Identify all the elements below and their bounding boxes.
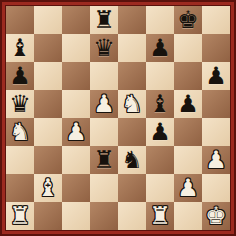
- square-h1[interactable]: ♚: [202, 202, 230, 230]
- square-e4[interactable]: [118, 118, 146, 146]
- square-c1[interactable]: [62, 202, 90, 230]
- square-g6[interactable]: [174, 62, 202, 90]
- square-f7[interactable]: ♟: [146, 34, 174, 62]
- white-pawn[interactable]: ♟: [90, 90, 118, 118]
- white-rook[interactable]: ♜: [6, 202, 34, 230]
- black-knight[interactable]: ♞: [118, 146, 146, 174]
- square-e5[interactable]: ♞: [118, 90, 146, 118]
- square-a8[interactable]: [6, 6, 34, 34]
- black-bishop[interactable]: ♝: [146, 90, 174, 118]
- black-king[interactable]: ♚: [174, 6, 202, 34]
- square-b3[interactable]: [34, 146, 62, 174]
- square-d4[interactable]: [90, 118, 118, 146]
- white-pawn[interactable]: ♟: [62, 118, 90, 146]
- black-pawn[interactable]: ♟: [6, 62, 34, 90]
- square-f5[interactable]: ♝: [146, 90, 174, 118]
- square-g5[interactable]: ♟: [174, 90, 202, 118]
- square-d3[interactable]: ♜: [90, 146, 118, 174]
- square-h2[interactable]: [202, 174, 230, 202]
- black-pawn[interactable]: ♟: [146, 34, 174, 62]
- white-bishop[interactable]: ♝: [34, 174, 62, 202]
- square-c7[interactable]: [62, 34, 90, 62]
- square-d7[interactable]: ♛: [90, 34, 118, 62]
- black-pawn[interactable]: ♟: [174, 90, 202, 118]
- square-h5[interactable]: [202, 90, 230, 118]
- square-a4[interactable]: ♞: [6, 118, 34, 146]
- square-d6[interactable]: [90, 62, 118, 90]
- square-g3[interactable]: [174, 146, 202, 174]
- square-h6[interactable]: ♟: [202, 62, 230, 90]
- black-rook[interactable]: ♜: [90, 146, 118, 174]
- chess-board: ♜♚♝♛♟♟♟♛♟♞♝♟♞♟♟♜♞♟♝♟♜♜♚: [6, 6, 230, 230]
- square-f2[interactable]: [146, 174, 174, 202]
- square-a7[interactable]: ♝: [6, 34, 34, 62]
- black-rook[interactable]: ♜: [90, 6, 118, 34]
- square-e3[interactable]: ♞: [118, 146, 146, 174]
- square-c5[interactable]: [62, 90, 90, 118]
- square-a5[interactable]: ♛: [6, 90, 34, 118]
- square-b1[interactable]: [34, 202, 62, 230]
- square-b2[interactable]: ♝: [34, 174, 62, 202]
- square-g1[interactable]: [174, 202, 202, 230]
- square-d1[interactable]: [90, 202, 118, 230]
- black-queen[interactable]: ♛: [6, 90, 34, 118]
- square-g7[interactable]: [174, 34, 202, 62]
- black-pawn[interactable]: ♟: [146, 118, 174, 146]
- square-g2[interactable]: ♟: [174, 174, 202, 202]
- square-h3[interactable]: ♟: [202, 146, 230, 174]
- black-pawn[interactable]: ♟: [202, 62, 230, 90]
- square-b5[interactable]: [34, 90, 62, 118]
- square-f6[interactable]: [146, 62, 174, 90]
- square-c6[interactable]: [62, 62, 90, 90]
- square-c8[interactable]: [62, 6, 90, 34]
- square-a1[interactable]: ♜: [6, 202, 34, 230]
- black-bishop[interactable]: ♝: [6, 34, 34, 62]
- square-e7[interactable]: [118, 34, 146, 62]
- white-king[interactable]: ♚: [202, 202, 230, 230]
- square-h8[interactable]: [202, 6, 230, 34]
- white-knight[interactable]: ♞: [6, 118, 34, 146]
- square-g8[interactable]: ♚: [174, 6, 202, 34]
- square-b7[interactable]: [34, 34, 62, 62]
- white-pawn[interactable]: ♟: [174, 174, 202, 202]
- square-e1[interactable]: [118, 202, 146, 230]
- square-a3[interactable]: [6, 146, 34, 174]
- square-b6[interactable]: [34, 62, 62, 90]
- square-h7[interactable]: [202, 34, 230, 62]
- square-h4[interactable]: [202, 118, 230, 146]
- square-a2[interactable]: [6, 174, 34, 202]
- square-e6[interactable]: [118, 62, 146, 90]
- square-b4[interactable]: [34, 118, 62, 146]
- white-pawn[interactable]: ♟: [202, 146, 230, 174]
- square-c3[interactable]: [62, 146, 90, 174]
- square-d8[interactable]: ♜: [90, 6, 118, 34]
- square-f1[interactable]: ♜: [146, 202, 174, 230]
- square-e8[interactable]: [118, 6, 146, 34]
- square-f3[interactable]: [146, 146, 174, 174]
- white-knight[interactable]: ♞: [118, 90, 146, 118]
- chess-board-frame: ♜♚♝♛♟♟♟♛♟♞♝♟♞♟♟♜♞♟♝♟♜♜♚: [0, 0, 236, 236]
- square-d5[interactable]: ♟: [90, 90, 118, 118]
- square-c4[interactable]: ♟: [62, 118, 90, 146]
- square-d2[interactable]: [90, 174, 118, 202]
- black-queen[interactable]: ♛: [90, 34, 118, 62]
- square-a6[interactable]: ♟: [6, 62, 34, 90]
- square-f4[interactable]: ♟: [146, 118, 174, 146]
- square-b8[interactable]: [34, 6, 62, 34]
- square-g4[interactable]: [174, 118, 202, 146]
- square-c2[interactable]: [62, 174, 90, 202]
- square-e2[interactable]: [118, 174, 146, 202]
- white-rook[interactable]: ♜: [146, 202, 174, 230]
- square-f8[interactable]: [146, 6, 174, 34]
